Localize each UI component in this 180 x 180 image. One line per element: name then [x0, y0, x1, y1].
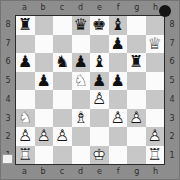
black-pawn-icon: ♟: [90, 72, 109, 91]
square-b2[interactable]: ♟♙: [35, 127, 54, 146]
white-knight-icon: ♘: [72, 72, 91, 91]
white-pawn-icon: ♙: [109, 109, 128, 128]
black-knight-icon: ♞: [53, 53, 72, 72]
square-f1[interactable]: [109, 146, 128, 165]
square-d6[interactable]: ♟: [72, 53, 91, 72]
black-pawn-icon: ♟: [16, 53, 35, 72]
white-queen-icon: ♕: [146, 35, 165, 54]
rank-labels-right: 87654321: [165, 15, 179, 165]
file-label-h: h: [146, 165, 165, 179]
white-pawn[interactable]: ♟♙: [53, 127, 72, 146]
white-knight[interactable]: ♞♘: [16, 109, 35, 128]
square-a4[interactable]: [16, 90, 35, 109]
white-queen[interactable]: ♛♕: [146, 35, 165, 54]
white-pawn[interactable]: ♟♙: [35, 127, 54, 146]
black-rook-icon: ♜: [16, 16, 35, 35]
square-a6[interactable]: ♟: [16, 53, 35, 72]
file-label-a: a: [15, 1, 34, 15]
white-rook[interactable]: ♜♖: [146, 146, 165, 165]
black-pawn-icon: ♟: [109, 72, 128, 91]
black-pawn[interactable]: ♟: [72, 53, 91, 72]
square-a3[interactable]: ♞♘: [16, 109, 35, 128]
square-b6[interactable]: [35, 53, 54, 72]
white-pawn[interactable]: ♟♙: [16, 127, 35, 146]
rank-label-6: 6: [1, 53, 15, 72]
square-g5[interactable]: [127, 72, 146, 91]
white-pawn-icon: ♙: [90, 90, 109, 109]
square-b8[interactable]: [35, 16, 54, 35]
square-d7[interactable]: [72, 35, 91, 54]
square-g7[interactable]: [127, 35, 146, 54]
square-f7[interactable]: ♟: [109, 35, 128, 54]
white-rook-icon: ♖: [146, 146, 165, 165]
square-e6[interactable]: ♝: [90, 53, 109, 72]
square-e7[interactable]: [90, 35, 109, 54]
file-labels-top: abcdefgh: [15, 1, 165, 15]
black-pawn[interactable]: ♟: [90, 72, 109, 91]
black-pawn[interactable]: ♟: [16, 53, 35, 72]
square-a2[interactable]: ♟♙: [16, 127, 35, 146]
black-queen[interactable]: ♛: [72, 16, 91, 35]
white-bishop[interactable]: ♝♗: [72, 109, 91, 128]
square-h7[interactable]: ♛♕: [146, 35, 165, 54]
square-d5[interactable]: ♞♘: [72, 72, 91, 91]
file-label-d: d: [71, 1, 90, 15]
square-e8[interactable]: ♚: [90, 16, 109, 35]
square-c5[interactable]: [53, 72, 72, 91]
file-label-d: d: [71, 165, 90, 179]
square-e2[interactable]: [90, 127, 109, 146]
white-pawn[interactable]: ♟♙: [146, 127, 165, 146]
rank-label-8: 8: [1, 15, 15, 34]
rank-label-7: 7: [1, 34, 15, 53]
square-c2[interactable]: ♟♙: [53, 127, 72, 146]
black-bishop-icon: ♝: [90, 53, 109, 72]
square-e4[interactable]: ♟♙: [90, 90, 109, 109]
black-rook[interactable]: ♜: [127, 53, 146, 72]
square-h6[interactable]: [146, 53, 165, 72]
black-rook[interactable]: ♜: [16, 16, 35, 35]
square-g1[interactable]: [127, 146, 146, 165]
rank-label-3: 3: [165, 109, 179, 128]
black-king-icon: ♚: [90, 16, 109, 35]
square-e1[interactable]: ♚♔: [90, 146, 109, 165]
white-bishop-icon: ♗: [72, 109, 91, 128]
file-label-g: g: [128, 1, 147, 15]
black-knight[interactable]: ♞: [53, 53, 72, 72]
square-c7[interactable]: [53, 35, 72, 54]
black-pawn-icon: ♟: [35, 72, 54, 91]
square-b3[interactable]: [35, 109, 54, 128]
white-pawn[interactable]: ♟♙: [90, 90, 109, 109]
square-b4[interactable]: [35, 90, 54, 109]
white-rook[interactable]: ♜♖: [16, 146, 35, 165]
white-pawn-icon: ♙: [127, 109, 146, 128]
square-f6[interactable]: [109, 53, 128, 72]
square-g2[interactable]: [127, 127, 146, 146]
square-h2[interactable]: ♟♙: [146, 127, 165, 146]
rank-label-7: 7: [165, 34, 179, 53]
square-d8[interactable]: ♛: [72, 16, 91, 35]
file-label-f: f: [109, 165, 128, 179]
square-f3[interactable]: ♟♙: [109, 109, 128, 128]
rank-label-1: 1: [165, 146, 179, 165]
square-h1[interactable]: ♜♖: [146, 146, 165, 165]
black-bishop[interactable]: ♝: [90, 53, 109, 72]
square-e5[interactable]: ♟: [90, 72, 109, 91]
white-rook-icon: ♖: [16, 146, 35, 165]
square-g4[interactable]: [127, 90, 146, 109]
rank-label-5: 5: [165, 71, 179, 90]
square-h5[interactable]: [146, 72, 165, 91]
rank-label-6: 6: [165, 53, 179, 72]
square-e3[interactable]: [90, 109, 109, 128]
black-rook-icon: ♜: [127, 53, 146, 72]
square-d2[interactable]: [72, 127, 91, 146]
file-label-c: c: [53, 165, 72, 179]
black-pawn[interactable]: ♟: [109, 35, 128, 54]
square-g8[interactable]: [127, 16, 146, 35]
black-queen-icon: ♛: [72, 16, 91, 35]
square-b7[interactable]: [35, 35, 54, 54]
file-label-e: e: [90, 1, 109, 15]
square-b5[interactable]: ♟: [35, 72, 54, 91]
white-pawn-icon: ♙: [35, 127, 54, 146]
square-d3[interactable]: ♝♗: [72, 109, 91, 128]
rank-label-2: 2: [1, 128, 15, 147]
white-pawn-icon: ♙: [53, 127, 72, 146]
black-pawn-icon: ♟: [109, 35, 128, 54]
file-label-e: e: [90, 165, 109, 179]
file-labels-bottom: abcdefgh: [15, 165, 165, 179]
watermark-box: [2, 154, 13, 164]
rank-label-4: 4: [165, 90, 179, 109]
square-g3[interactable]: ♟♙: [127, 109, 146, 128]
rank-label-8: 8: [165, 15, 179, 34]
black-to-move-indicator: [159, 5, 171, 17]
white-pawn-icon: ♙: [146, 127, 165, 146]
black-king[interactable]: ♚: [90, 16, 109, 35]
file-label-g: g: [128, 165, 147, 179]
rank-label-3: 3: [1, 109, 15, 128]
square-f2[interactable]: [109, 127, 128, 146]
square-f4[interactable]: [109, 90, 128, 109]
square-d4[interactable]: [72, 90, 91, 109]
black-bishop[interactable]: ♝: [109, 16, 128, 35]
file-label-f: f: [109, 1, 128, 15]
rank-label-4: 4: [1, 90, 15, 109]
rank-label-2: 2: [165, 128, 179, 147]
square-a1[interactable]: ♜♖: [16, 146, 35, 165]
square-c8[interactable]: [53, 16, 72, 35]
board-frame: abcdefgh abcdefgh 87654321 87654321 ♜♛♚♝…: [0, 0, 180, 180]
white-knight-icon: ♘: [16, 109, 35, 128]
white-pawn-icon: ♙: [16, 127, 35, 146]
square-h8[interactable]: [146, 16, 165, 35]
square-d1[interactable]: [72, 146, 91, 165]
black-bishop-icon: ♝: [109, 16, 128, 35]
white-knight[interactable]: ♞♘: [72, 72, 91, 91]
white-king-icon: ♔: [90, 146, 109, 165]
black-pawn[interactable]: ♟: [109, 72, 128, 91]
square-g6[interactable]: ♜: [127, 53, 146, 72]
white-pawn[interactable]: ♟♙: [109, 109, 128, 128]
square-a5[interactable]: [16, 72, 35, 91]
square-f8[interactable]: ♝: [109, 16, 128, 35]
rank-label-5: 5: [1, 71, 15, 90]
square-a8[interactable]: ♜: [16, 16, 35, 35]
white-king[interactable]: ♚♔: [90, 146, 109, 165]
square-h4[interactable]: [146, 90, 165, 109]
square-c3[interactable]: [53, 109, 72, 128]
square-c6[interactable]: ♞: [53, 53, 72, 72]
square-b1[interactable]: [35, 146, 54, 165]
square-a7[interactable]: [16, 35, 35, 54]
chess-board[interactable]: ♜♛♚♝♟♛♕♟♞♟♝♜♟♞♘♟♟♟♙♞♘♝♗♟♙♟♙♟♙♟♙♟♙♟♙♜♖♚♔♜…: [15, 15, 165, 165]
rank-labels-left: 87654321: [1, 15, 15, 165]
square-c4[interactable]: [53, 90, 72, 109]
black-pawn[interactable]: ♟: [35, 72, 54, 91]
white-pawn[interactable]: ♟♙: [127, 109, 146, 128]
file-label-b: b: [34, 165, 53, 179]
file-label-c: c: [53, 1, 72, 15]
file-label-a: a: [15, 165, 34, 179]
square-h3[interactable]: [146, 109, 165, 128]
file-label-b: b: [34, 1, 53, 15]
square-c1[interactable]: [53, 146, 72, 165]
square-f5[interactable]: ♟: [109, 72, 128, 91]
black-pawn-icon: ♟: [72, 53, 91, 72]
